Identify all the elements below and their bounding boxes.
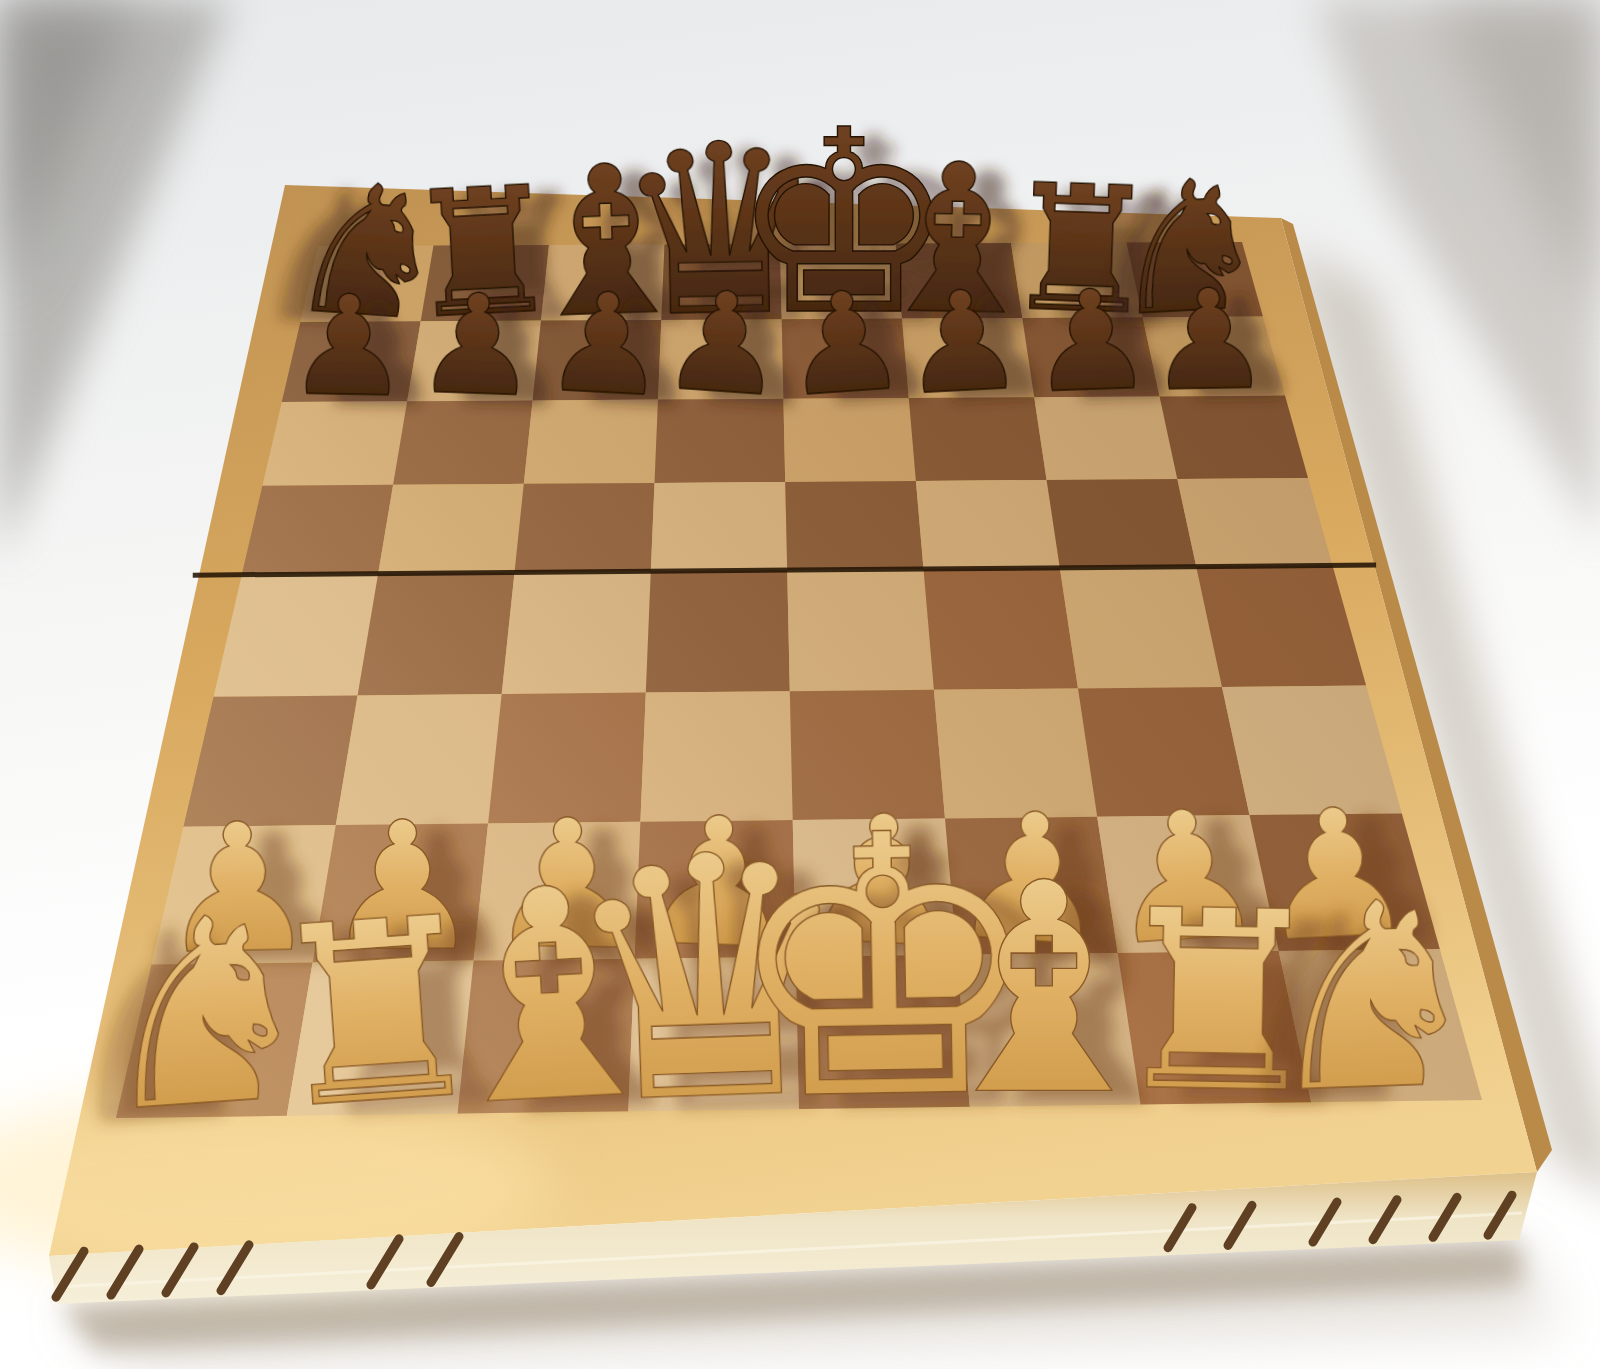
- piece-black-pawn-g7[interactable]: ♟: [1027, 259, 1156, 424]
- piece-black-pawn-a7[interactable]: ♟: [285, 265, 412, 428]
- square-c4[interactable]: [502, 571, 651, 694]
- chessboard-photo: ♞♜♝♛♚♝♜♞♟♟♟♟♟♟♟♟♟♟♟♟♟♟♟♟♞♜♝♛♚♝♜♞: [0, 0, 1600, 1369]
- square-d5[interactable]: [651, 482, 787, 571]
- square-b5[interactable]: [378, 484, 524, 574]
- square-d4[interactable]: [646, 570, 790, 693]
- square-g5[interactable]: [1047, 479, 1197, 568]
- square-a4[interactable]: [214, 574, 379, 697]
- photo-scene: ♞♜♝♛♚♝♜♞♟♟♟♟♟♟♟♟♟♟♟♟♟♟♟♟♞♜♝♛♚♝♜♞: [0, 0, 1600, 1369]
- square-g4[interactable]: [1060, 567, 1222, 689]
- square-c5[interactable]: [515, 483, 655, 573]
- square-h5[interactable]: [1177, 478, 1332, 567]
- square-e4[interactable]: [787, 569, 934, 691]
- piece-black-pawn-d7[interactable]: ♟: [656, 259, 791, 428]
- square-b4[interactable]: [358, 572, 515, 695]
- piece-black-pawn-f7[interactable]: ♟: [897, 259, 1029, 426]
- piece-black-pawn-h7[interactable]: ♟: [1146, 259, 1273, 422]
- piece-black-pawn-c7[interactable]: ♟: [540, 261, 672, 428]
- piece-black-pawn-e7[interactable]: ♟: [777, 258, 912, 427]
- square-f5[interactable]: [916, 480, 1060, 569]
- square-f4[interactable]: [924, 568, 1079, 690]
- piece-white-knight-h1[interactable]: ♞: [1252, 844, 1492, 1150]
- square-e5[interactable]: [785, 481, 923, 570]
- piece-black-pawn-b7[interactable]: ♟: [412, 263, 541, 428]
- square-a5[interactable]: [242, 485, 393, 575]
